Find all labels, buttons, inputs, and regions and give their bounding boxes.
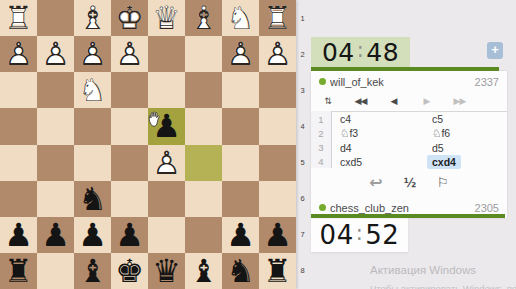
resign-button[interactable]: ⚐ xyxy=(437,175,449,190)
black-rook-a8: ♜ xyxy=(263,253,292,289)
square-e5[interactable] xyxy=(111,145,148,181)
white-move-3[interactable]: d4 xyxy=(340,142,352,154)
square-e8[interactable]: ♚ xyxy=(111,253,148,289)
square-a1[interactable]: ♜♖ xyxy=(259,0,296,36)
square-d7[interactable] xyxy=(148,217,185,253)
top-time-bar xyxy=(311,67,499,71)
next-move-button[interactable]: ▶ xyxy=(410,92,443,111)
square-h8[interactable]: ♜ xyxy=(0,253,37,289)
black-pawn-f7: ♟ xyxy=(78,217,107,253)
square-h5[interactable] xyxy=(0,145,37,181)
white-knight-b1: ♞♘ xyxy=(226,0,255,36)
top-player-rating: 2337 xyxy=(475,76,499,88)
square-b1[interactable]: ♞♘ xyxy=(222,0,259,36)
top-player-row: will_of_kek 2337 xyxy=(311,71,507,92)
square-e6[interactable] xyxy=(111,181,148,217)
top-player-name[interactable]: will_of_kek xyxy=(330,76,384,88)
windows-activation-watermark: Активация Windows xyxy=(370,264,476,276)
square-a8[interactable]: ♜ xyxy=(259,253,296,289)
square-e7[interactable]: ♟ xyxy=(111,217,148,253)
rank-label-7: 7 xyxy=(296,217,309,253)
square-h1[interactable]: ♜♖ xyxy=(0,0,37,36)
white-bishop-c1: ♝♗ xyxy=(189,0,218,36)
square-d6[interactable] xyxy=(148,181,185,217)
black-rook-h8: ♜ xyxy=(4,253,33,289)
black-knight-f6: ♞ xyxy=(78,181,107,217)
square-g5[interactable] xyxy=(37,145,74,181)
square-a2[interactable]: ♟♙ xyxy=(259,36,296,72)
square-c5[interactable] xyxy=(185,145,222,181)
white-pawn-d5: ♟♙ xyxy=(152,145,181,181)
black-move-2[interactable]: ♘f6 xyxy=(432,127,450,139)
square-f6[interactable]: ♞ xyxy=(74,181,111,217)
square-g2[interactable]: ♟♙ xyxy=(37,36,74,72)
rank-labels: 12345678 xyxy=(296,0,309,289)
square-g3[interactable] xyxy=(37,72,74,108)
rank-label-3: 3 xyxy=(296,72,309,108)
square-d5[interactable]: ♟♙ xyxy=(148,145,185,181)
rank-label-2: 2 xyxy=(296,36,309,72)
windows-activation-watermark-line2: Чтобы активировать Windows, перейдите в … xyxy=(370,283,516,289)
black-pawn-b7: ♟ xyxy=(226,217,255,253)
square-f3[interactable]: ♞♘ xyxy=(74,72,111,108)
square-d2[interactable] xyxy=(148,36,185,72)
black-bishop-c8: ♝ xyxy=(189,253,218,289)
square-e1[interactable]: ♚♔ xyxy=(111,0,148,36)
square-d8[interactable]: ♛ xyxy=(148,253,185,289)
white-move-1[interactable]: c4 xyxy=(340,113,351,125)
square-b5[interactable] xyxy=(222,145,259,181)
square-a3[interactable] xyxy=(259,72,296,108)
square-c1[interactable]: ♝♗ xyxy=(185,0,222,36)
white-rook-h1: ♜♖ xyxy=(4,0,33,36)
white-pawn-b2: ♟♙ xyxy=(226,36,255,72)
square-b7[interactable]: ♟ xyxy=(222,217,259,253)
square-b6[interactable] xyxy=(222,181,259,217)
square-f1[interactable]: ♝♗ xyxy=(74,0,111,36)
white-rook-a1: ♜♖ xyxy=(263,0,292,36)
square-b3[interactable] xyxy=(222,72,259,108)
last-move-button[interactable]: ▶▶ xyxy=(443,92,476,111)
rank-label-4: 4 xyxy=(296,108,309,144)
takeback-button[interactable]: ↩ xyxy=(369,173,382,192)
black-queen-d8: ♛ xyxy=(152,253,181,289)
square-h3[interactable] xyxy=(0,72,37,108)
square-h2[interactable]: ♟♙ xyxy=(0,36,37,72)
move-number: 1 xyxy=(311,114,331,125)
white-pawn-f2: ♟♙ xyxy=(78,36,107,72)
black-move-1[interactable]: c5 xyxy=(432,113,443,125)
top-player-clock: 04:48 xyxy=(311,37,410,67)
move-row-2: 2♘f3♘f6 xyxy=(311,126,507,140)
square-g1[interactable] xyxy=(37,0,74,36)
square-c7[interactable] xyxy=(185,217,222,253)
white-pawn-a2: ♟♙ xyxy=(263,36,292,72)
square-h7[interactable]: ♟ xyxy=(0,217,37,253)
move-list: 1c4c52♘f3♘f63d4d54cxd5cxd4 xyxy=(311,111,507,168)
square-f2[interactable]: ♟♙ xyxy=(74,36,111,72)
black-pawn-h7: ♟ xyxy=(4,217,33,253)
hand-cursor-icon xyxy=(146,109,165,128)
square-f8[interactable]: ♝ xyxy=(74,253,111,289)
white-king-e1: ♚♔ xyxy=(115,0,144,36)
square-b4[interactable] xyxy=(222,108,259,144)
square-c3[interactable] xyxy=(185,72,222,108)
bottom-player-name[interactable]: chess_club_zen xyxy=(330,202,409,214)
square-a6[interactable] xyxy=(259,181,296,217)
black-pawn-g7: ♟ xyxy=(41,217,70,253)
square-g7[interactable]: ♟ xyxy=(37,217,74,253)
square-g8[interactable] xyxy=(37,253,74,289)
square-f4[interactable] xyxy=(74,108,111,144)
bottom-player-clock: 04:52 xyxy=(311,218,408,252)
square-f5[interactable] xyxy=(74,145,111,181)
square-a7[interactable]: ♟ xyxy=(259,217,296,253)
square-e4[interactable] xyxy=(111,108,148,144)
game-actions: ↩½⚐ xyxy=(311,168,507,197)
online-dot-icon xyxy=(319,204,326,211)
square-c8[interactable]: ♝ xyxy=(185,253,222,289)
white-pawn-g2: ♟♙ xyxy=(41,36,70,72)
flip-board-button[interactable]: ⇅ xyxy=(311,92,344,111)
white-knight-f3: ♞♘ xyxy=(78,72,107,108)
rank-label-5: 5 xyxy=(296,145,309,181)
square-e2[interactable]: ♟♙ xyxy=(111,36,148,72)
black-bishop-f8: ♝ xyxy=(78,253,107,289)
online-dot-icon xyxy=(319,78,326,85)
white-move-2[interactable]: ♘f3 xyxy=(340,127,358,139)
square-h6[interactable] xyxy=(0,181,37,217)
move-navigation: ⇅◀◀◀▶▶▶ xyxy=(311,92,507,111)
square-c6[interactable] xyxy=(185,181,222,217)
square-g4[interactable] xyxy=(37,108,74,144)
bottom-player-rating: 2305 xyxy=(475,202,499,214)
move-row-3: 3d4d5 xyxy=(311,141,507,155)
white-pawn-e2: ♟♙ xyxy=(115,36,144,72)
white-queen-d1: ♛♕ xyxy=(152,0,181,36)
square-b2[interactable]: ♟♙ xyxy=(222,36,259,72)
black-move-3[interactable]: d5 xyxy=(432,142,444,154)
square-d3[interactable] xyxy=(148,72,185,108)
square-h4[interactable] xyxy=(0,108,37,144)
square-b8[interactable]: ♞ xyxy=(222,253,259,289)
square-g6[interactable] xyxy=(37,181,74,217)
black-pawn-a7: ♟ xyxy=(263,217,292,253)
prev-move-button[interactable]: ◀ xyxy=(377,92,410,111)
black-move-4[interactable]: cxd4 xyxy=(427,155,461,169)
square-f7[interactable]: ♟ xyxy=(74,217,111,253)
game-panel: will_of_kek 2337 ⇅◀◀◀▶▶▶ 1c4c52♘f3♘f63d4… xyxy=(311,71,507,218)
move-row-4: 4cxd5cxd4 xyxy=(311,155,507,169)
rank-label-1: 1 xyxy=(296,0,309,36)
square-e3[interactable] xyxy=(111,72,148,108)
square-a4[interactable] xyxy=(259,108,296,144)
square-d1[interactable]: ♛♕ xyxy=(148,0,185,36)
rank-label-6: 6 xyxy=(296,181,309,217)
move-number: 2 xyxy=(311,128,331,139)
square-c4[interactable] xyxy=(185,108,222,144)
add-time-button[interactable]: + xyxy=(487,42,503,59)
rank-label-8: 8 xyxy=(296,253,309,289)
square-a5[interactable] xyxy=(259,145,296,181)
black-king-e8: ♚ xyxy=(115,253,144,289)
offer-draw-button[interactable]: ½ xyxy=(404,176,416,190)
bottom-time-bar xyxy=(311,214,505,218)
chess-board[interactable]: ♜♖♝♗♚♔♛♕♝♗♞♘♜♖♟♙♟♙♟♙♟♙♟♙♟♙♞♘♟♟♙♞♟♟♟♟♟♟♜♝… xyxy=(0,0,296,289)
square-c2[interactable] xyxy=(185,36,222,72)
move-row-1: 1c4c5 xyxy=(311,112,507,126)
black-knight-b8: ♞ xyxy=(226,253,255,289)
first-move-button[interactable]: ◀◀ xyxy=(344,92,377,111)
move-number: 3 xyxy=(311,142,331,153)
white-bishop-f1: ♝♗ xyxy=(78,0,107,36)
white-move-4[interactable]: cxd5 xyxy=(340,156,362,168)
white-pawn-h2: ♟♙ xyxy=(4,36,33,72)
black-pawn-e7: ♟ xyxy=(115,217,144,253)
move-number: 4 xyxy=(311,156,331,167)
